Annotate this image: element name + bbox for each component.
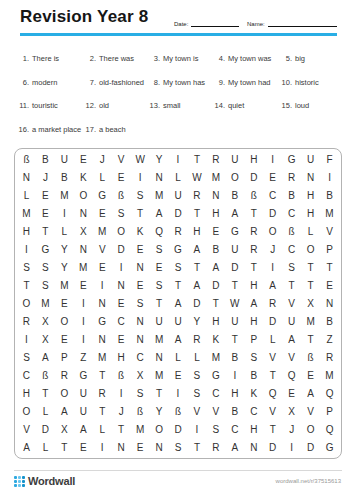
grid-cell: U [55,151,74,169]
word-number: 13. [147,101,160,110]
grid-cell: T [206,295,225,313]
word-item: 8.My town has [147,78,212,102]
logo-tile [14,484,17,487]
word-text: old-fashioned [99,78,144,87]
grid-cell: V [320,223,339,241]
word-text: My town is [163,54,198,63]
grid-cell: D [206,277,225,295]
grid-cell: T [320,259,339,277]
word-number: 14. [212,101,225,110]
word-number: 9. [212,78,225,87]
grid-cell: N [74,205,93,223]
grid-cell: E [74,277,93,295]
grid-cell: D [169,420,188,438]
grid-cell: S [17,259,36,277]
grid-cell: T [187,205,206,223]
grid-cell: V [263,348,282,366]
grid-cell: S [169,438,188,456]
word-item: 9.My town had [212,78,279,102]
grid-cell: H [244,420,263,438]
grid-cell: ß [131,402,150,420]
grid-cell: Q [150,223,169,241]
grid-cell: I [320,169,339,187]
grid-cell: D [263,205,282,223]
grid-cell: H [244,312,263,330]
grid-cell: E [320,277,339,295]
grid-cell: X [74,223,93,241]
grid-cell: G [282,151,301,169]
grid-cell: J [263,241,282,259]
grid-cell: A [17,438,36,456]
grid-cell: I [74,330,93,348]
grid-cell: M [93,348,112,366]
word-number: 8. [147,78,160,87]
grid-cell: R [206,151,225,169]
grid-cell: E [150,259,169,277]
grid-cell: L [36,402,55,420]
word-number: 5. [279,54,292,63]
grid-cell: I [282,438,301,456]
word-text: historic [295,78,319,87]
grid-cell: J [112,402,131,420]
grid-cell: X [55,420,74,438]
grid-cell: B [282,187,301,205]
grid-cell: G [74,366,93,384]
word-text: quiet [228,101,244,110]
word-number: 7. [83,78,96,87]
grid-cell: A [55,402,74,420]
word-text: There is [32,54,59,63]
word-number: 4. [212,54,225,63]
grid-cell: T [36,223,55,241]
grid-cell: C [17,366,36,384]
grid-cell: N [17,169,36,187]
grid-cell: I [131,169,150,187]
grid-cell: V [206,402,225,420]
grid-cell: L [187,348,206,366]
grid-cell: U [74,402,93,420]
word-number: 1. [16,54,29,63]
word-number: 6. [16,78,29,87]
grid-cell: V [282,348,301,366]
grid-cell: T [263,420,282,438]
grid-cell: R [187,330,206,348]
word-number: 10. [279,78,292,87]
word-item: 3.My town is [147,54,212,78]
grid-cell: E [263,169,282,187]
grid-cell: K [131,223,150,241]
grid-cell: H [244,277,263,295]
grid-cell: U [225,151,244,169]
grid-cell: E [112,169,131,187]
word-text: My town had [228,78,271,87]
grid-cell: ß [112,187,131,205]
grid-cell: N [112,277,131,295]
grid-cell: M [131,420,150,438]
grid-cell: C [282,205,301,223]
grid-cell: S [131,384,150,402]
word-item: 12.old [83,101,147,125]
grid-cell: A [169,330,188,348]
grid-cell: N [112,438,131,456]
grid-cell: O [74,187,93,205]
grid-cell: O [263,223,282,241]
grid-cell: R [282,169,301,187]
grid-cell: V [17,420,36,438]
grid-cell: T [263,366,282,384]
grid-cell: T [282,277,301,295]
grid-cell: M [55,277,74,295]
grid-cell: O [225,169,244,187]
grid-cell: E [112,295,131,313]
grid-cell: M [150,330,169,348]
logo-tile [22,480,25,483]
grid-cell: E [131,241,150,259]
grid-cell: A [169,295,188,313]
header-rule [20,33,337,36]
grid-cell: ß [17,151,36,169]
grid-cell: ß [282,223,301,241]
grid-cell: R [93,384,112,402]
grid-cell: ß [244,187,263,205]
grid-cell: N [150,348,169,366]
grid-cell: J [93,151,112,169]
grid-cell: S [131,295,150,313]
grid-cell: X [36,330,55,348]
grid-cell: U [225,241,244,259]
grid-cell: T [244,205,263,223]
grid-cell: T [187,151,206,169]
grid-cell: T [131,205,150,223]
word-item: 11.touristic [16,101,83,125]
grid-cell: N [150,169,169,187]
grid-cell: R [169,223,188,241]
grid-cell: L [36,438,55,456]
grid-cell: T [112,420,131,438]
grid-cell: C [131,348,150,366]
grid-cell: M [320,205,339,223]
date-label: Date: [174,21,188,27]
grid-cell: M [17,205,36,223]
grid-cell: T [93,402,112,420]
grid-cell: A [206,259,225,277]
grid-cell: T [17,277,36,295]
grid-cell: E [74,151,93,169]
grid-cell: N [93,295,112,313]
grid-cell: I [112,259,131,277]
grid-cell: B [320,312,339,330]
grid-cell: A [282,330,301,348]
word-item: 16.a market place [16,125,83,149]
grid-cell: B [225,348,244,366]
grid-cell: M [206,169,225,187]
word-text: modern [32,78,57,87]
grid-cell: H [225,384,244,402]
grid-cell: H [17,384,36,402]
logo-tile [14,476,17,479]
grid-cell: P [244,330,263,348]
grid-cell: N [244,438,263,456]
grid-cell: L [55,223,74,241]
page-title: Revision Year 8 [20,7,148,27]
grid-cell: S [17,348,36,366]
grid-cell: T [169,277,188,295]
grid-cell: H [301,205,320,223]
grid-cell: U [282,312,301,330]
grid-cell: E [36,187,55,205]
grid-cell: H [17,223,36,241]
grid-cell: H [206,205,225,223]
grid-cell: Q [320,420,339,438]
grid-cell: H [206,312,225,330]
grid-cell: S [282,259,301,277]
grid-cell: V [93,241,112,259]
grid-cell: S [150,241,169,259]
grid-cell: A [225,205,244,223]
wordwall-brand: Wordwall [28,475,75,487]
word-item: 17.a beach [83,125,147,149]
date-line [191,18,239,27]
grid-cell: T [301,330,320,348]
grid-cell: M [55,187,74,205]
grid-cell: O [55,312,74,330]
name-line [268,18,337,27]
grid-cell: D [263,438,282,456]
grid-cell: O [17,295,36,313]
grid-cell: Y [187,312,206,330]
grid-cell: M [301,312,320,330]
grid-cell: R [320,348,339,366]
grid-cell: I [93,277,112,295]
grid-cell: E [169,366,188,384]
grid-cell: R [187,187,206,205]
grid-cell: M [150,366,169,384]
grid-cell: G [206,366,225,384]
grid-cell: U [74,384,93,402]
word-number: 16. [16,125,29,134]
word-text: small [163,101,181,110]
grid-cell: L [301,223,320,241]
grid-cell: H [301,187,320,205]
name-label: Name: [247,21,265,27]
word-text: My town was [228,54,271,63]
grid-cell: G [320,438,339,456]
grid-cell: B [225,402,244,420]
grid-cell: N [93,330,112,348]
grid-cell: W [131,151,150,169]
grid-cell: C [225,420,244,438]
grid-cell: D [112,241,131,259]
grid-cell: I [263,259,282,277]
grid-cell: E [301,366,320,384]
grid-cell: ß [36,366,55,384]
grid-cell: T [187,438,206,456]
grid-cell: K [244,384,263,402]
name-field: Name: [247,18,337,27]
grid-cell: E [112,330,131,348]
grid-cell: R [244,223,263,241]
grid-cell: Z [74,348,93,366]
grid-cell: K [206,330,225,348]
grid-cell: Q [320,384,339,402]
grid-cell: N [74,241,93,259]
grid-cell: H [112,348,131,366]
grid-cell: I [112,384,131,402]
grid-cell: R [206,438,225,456]
grid-cell: D [244,169,263,187]
grid-cell: Q [282,366,301,384]
grid-cell: V [301,402,320,420]
grid-cell: E [282,384,301,402]
footer-rule [14,470,342,471]
grid-cell: C [244,402,263,420]
grid-cell: A [187,241,206,259]
grid-cell: D [169,205,188,223]
grid-cell: I [169,151,188,169]
grid-cell: A [36,348,55,366]
grid-cell: P [320,402,339,420]
grid-cell: R [244,241,263,259]
grid-cell: ß [301,348,320,366]
grid-cell: T [36,384,55,402]
grid-cell: E [206,223,225,241]
grid-cell: T [93,366,112,384]
grid-cell: O [55,384,74,402]
grid-cell: S [206,420,225,438]
grid-cell: S [36,277,55,295]
grid-cell: S [150,277,169,295]
word-number: 11. [16,101,29,110]
grid-cell: C [263,187,282,205]
grid-cell: L [169,348,188,366]
grid-cell: W [187,169,206,187]
word-text: a market place [32,125,81,134]
grid-cell: V [263,402,282,420]
grid-cell: E [93,205,112,223]
grid-cell: T [244,259,263,277]
logo-tile [22,476,25,479]
word-item: 10.historic [279,78,350,102]
word-item: 6.modern [16,78,83,102]
grid-cell: L [17,187,36,205]
grid-cell: D [301,438,320,456]
word-text: old [99,101,109,110]
grid-cell: X [282,402,301,420]
word-item: 15.loud [279,101,350,125]
word-list: 1.There is2.There was3.My town is4.My to… [16,54,350,148]
grid-cell: I [263,151,282,169]
grid-cell: T [150,295,169,313]
grid-cell: G [93,187,112,205]
grid-cell: D [187,295,206,313]
grid-cell: E [131,277,150,295]
grid-cell: D [36,420,55,438]
grid-cell: A [150,205,169,223]
grid-cell: ß [169,402,188,420]
logo-tile [14,480,17,483]
grid-cell: V [187,402,206,420]
grid-cell: D [225,259,244,277]
grid-cell: I [93,438,112,456]
grid-cell: C [282,241,301,259]
grid-cell: S [169,259,188,277]
grid-cell: T [301,277,320,295]
grid-cell: E [131,438,150,456]
grid-cell: M [74,259,93,277]
grid-cell: S [187,366,206,384]
grid-cell: ß [112,366,131,384]
logo-tile [18,480,21,483]
date-field: Date: [174,18,239,27]
wordwall-logo-icon [14,476,25,487]
grid-cell: B [36,151,55,169]
word-text: My town has [163,78,205,87]
grid-cell: O [301,420,320,438]
grid-cell: T [187,259,206,277]
grid-cell: T [225,277,244,295]
grid-cell: M [206,348,225,366]
grid-cell: M [320,366,339,384]
grid-cell: S [36,259,55,277]
grid-cell: N [131,259,150,277]
grid-cell: Y [55,241,74,259]
grid-cell: B [320,187,339,205]
logo-tile [22,484,25,487]
grid-cell: B [244,366,263,384]
grid-cell: Y [150,151,169,169]
grid-cell: X [301,295,320,313]
grid-cell: L [93,420,112,438]
grid-cell: T [225,330,244,348]
grid-cell: N [320,295,339,313]
grid-cell: O [17,402,36,420]
word-item: 14.quiet [212,101,279,125]
grid-cell: O [301,241,320,259]
word-number: 17. [83,125,96,134]
grid-cell: G [169,241,188,259]
grid-cell: E [93,259,112,277]
grid-cell: P [320,241,339,259]
grid-cell: I [74,312,93,330]
grid-cell: I [17,330,36,348]
grid-cell: A [74,420,93,438]
grid-cell: O [150,420,169,438]
grid-cell: A [301,384,320,402]
grid-cell: D [263,312,282,330]
word-text: touristic [32,101,58,110]
grid-cell: U [225,312,244,330]
grid-cell: V [112,151,131,169]
grid-cell: A [187,277,206,295]
grid-cell: I [225,366,244,384]
word-item: 1.There is [16,54,83,78]
grid-cell: V [282,295,301,313]
grid-cell: N [206,187,225,205]
grid-cell: N [301,169,320,187]
word-number: 12. [83,101,96,110]
grid-cell: C [206,384,225,402]
grid-cell: T [150,384,169,402]
grid-cell: M [93,223,112,241]
grid-cell: T [55,438,74,456]
grid-cell: P [55,348,74,366]
grid-cell: X [131,366,150,384]
grid-cell: I [55,205,74,223]
word-number: 3. [147,54,160,63]
grid-cell: M [150,187,169,205]
grid-cell: Y [55,259,74,277]
grid-cell: A [244,295,263,313]
